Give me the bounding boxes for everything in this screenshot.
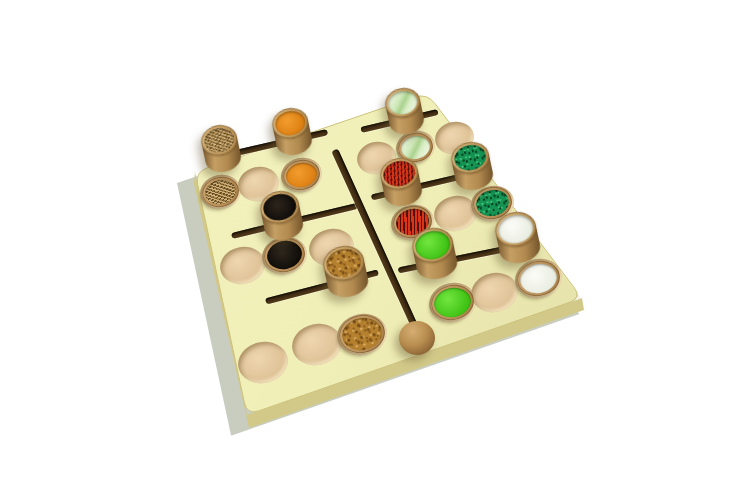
- recess-right-r6c2: [467, 268, 521, 316]
- recess-left-r4c1: [216, 242, 268, 288]
- peg-burlap[interactable]: [199, 122, 244, 175]
- pieces-layer: [0, 0, 740, 493]
- peg-orange[interactable]: [270, 105, 315, 158]
- peg-face-greenspark: [452, 142, 488, 173]
- disc-face-greensmooth: [431, 284, 473, 320]
- peg-white[interactable]: [492, 208, 543, 266]
- peg-face-mirror: [386, 88, 419, 117]
- peg-face-redcord: [381, 158, 417, 189]
- peg-greensmooth[interactable]: [409, 224, 460, 282]
- recess-left-r6c2: [288, 319, 345, 369]
- peg-face-black: [260, 191, 298, 223]
- disc-face-orange: [283, 160, 318, 190]
- peg-face-orange: [273, 108, 307, 138]
- disc-face-white: [517, 260, 559, 296]
- photo-stage: [0, 0, 740, 493]
- wooden-ball[interactable]: [399, 321, 435, 355]
- peg-mirror[interactable]: [382, 84, 426, 136]
- peg-cork[interactable]: [320, 242, 371, 300]
- recess-left-r6c1: [234, 337, 291, 387]
- disc-face-burlap: [202, 177, 237, 207]
- peg-greenspark[interactable]: [448, 138, 495, 193]
- peg-black[interactable]: [257, 187, 305, 243]
- peg-face-burlap: [202, 125, 236, 155]
